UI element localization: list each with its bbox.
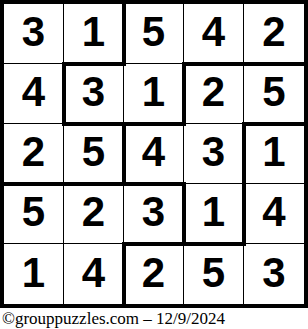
cell-r5c2: 4 [64, 244, 124, 304]
cell-r5c3: 2 [124, 244, 184, 304]
region-border-segment [62, 62, 66, 126]
region-border-segment [2, 182, 66, 186]
region-border-segment [242, 182, 246, 246]
region-border-segment [242, 122, 246, 186]
board-grid: 3154243125254315231414253 [4, 4, 304, 304]
region-border-segment [242, 62, 306, 66]
region-border-segment [122, 242, 186, 246]
cell-r1c5: 2 [244, 4, 304, 64]
cell-r1c3: 5 [124, 4, 184, 64]
cell-r2c3: 1 [124, 64, 184, 124]
cell-r2c2: 3 [64, 64, 124, 124]
cell-r3c2: 5 [64, 124, 124, 184]
cell-r4c1: 5 [4, 184, 64, 244]
cell-r3c5: 1 [244, 124, 304, 184]
region-border-segment [242, 122, 306, 126]
cell-r3c1: 2 [4, 124, 64, 184]
cell-r1c4: 4 [184, 4, 244, 64]
cell-r4c2: 2 [64, 184, 124, 244]
cell-r5c1: 1 [4, 244, 64, 304]
cell-r5c5: 3 [244, 244, 304, 304]
region-border-segment [182, 242, 246, 246]
copyright-caption: ©grouppuzzles.com – 12/9/2024 [0, 308, 308, 329]
region-border-segment [62, 182, 126, 186]
region-border-segment [62, 62, 126, 66]
cell-r1c1: 3 [4, 4, 64, 64]
region-border-segment [122, 182, 186, 186]
region-border-segment [122, 122, 186, 126]
region-border-segment [182, 62, 186, 126]
cell-r2c4: 2 [184, 64, 244, 124]
cell-r1c2: 1 [64, 4, 124, 64]
region-border-segment [122, 2, 126, 66]
region-border-segment [122, 242, 126, 306]
cell-r5c4: 5 [184, 244, 244, 304]
cell-r4c3: 3 [124, 184, 184, 244]
cell-r3c4: 3 [184, 124, 244, 184]
sudoku-board: 3154243125254315231414253 [0, 0, 308, 308]
region-border-segment [182, 62, 246, 66]
region-border-segment [62, 122, 126, 126]
cell-r4c5: 4 [244, 184, 304, 244]
region-border-segment [182, 182, 186, 246]
cell-r4c4: 1 [184, 184, 244, 244]
cell-r2c1: 4 [4, 64, 64, 124]
cell-r3c3: 4 [124, 124, 184, 184]
cell-r2c5: 5 [244, 64, 304, 124]
region-border-segment [122, 122, 126, 186]
